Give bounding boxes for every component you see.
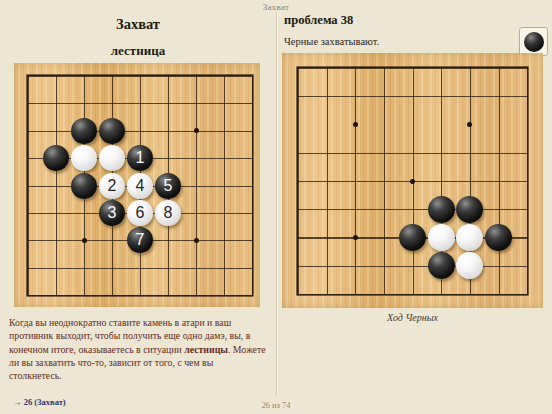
problem-instruction: Черные захватывают. [284, 36, 379, 47]
goban-left[interactable]: 12453687 [14, 63, 260, 307]
book-screen: Захват Захват лестница 12453687 Когда вы… [0, 0, 552, 414]
stone-number: 5 [164, 177, 173, 195]
white-stone [428, 224, 455, 251]
hoshi-point [353, 235, 358, 240]
black-stone: 7 [127, 227, 153, 253]
white-stone: 4 [127, 173, 153, 199]
hoshi-point [467, 122, 472, 127]
white-stone: 8 [155, 200, 181, 226]
turn-indicator [519, 27, 548, 56]
move-caption: Ход Черных [282, 312, 543, 323]
hoshi-point [194, 238, 199, 243]
goban-right[interactable] [282, 53, 543, 308]
black-stone [71, 173, 97, 199]
black-stone-icon [524, 32, 544, 52]
chapter-header: Захват [0, 2, 552, 12]
hoshi-point [194, 128, 199, 133]
problem-title: проблема 38 [284, 13, 353, 28]
black-stone: 3 [99, 200, 125, 226]
black-stone: 5 [155, 173, 181, 199]
black-stone [485, 224, 512, 251]
black-stone [456, 196, 483, 223]
stone-number: 3 [108, 204, 117, 222]
black-stone: 1 [127, 145, 153, 171]
hoshi-point [410, 179, 415, 184]
bold-term: лестницы [184, 344, 228, 355]
stone-number: 6 [136, 204, 145, 222]
stone-number: 4 [136, 177, 145, 195]
white-stone [99, 145, 125, 171]
page-divider [276, 12, 277, 396]
black-stone [99, 118, 125, 144]
stone-number: 2 [108, 177, 117, 195]
stone-number: 1 [136, 149, 145, 167]
white-stone: 2 [99, 173, 125, 199]
hoshi-point [82, 238, 87, 243]
black-stone [428, 252, 455, 279]
stone-number: 7 [136, 231, 145, 249]
white-stone [456, 224, 483, 251]
black-stone [43, 145, 69, 171]
black-stone [428, 196, 455, 223]
white-stone [71, 145, 97, 171]
goban-grid [298, 68, 527, 294]
chapter-title: Захват [0, 16, 276, 33]
goban-grid: 12453687 [28, 76, 252, 295]
page-indicator: 26 из 74 [0, 400, 552, 410]
lesson-paragraph: Когда вы неоднократно ставите камень в а… [9, 316, 268, 383]
hoshi-point [353, 122, 358, 127]
white-stone [456, 252, 483, 279]
white-stone: 6 [127, 200, 153, 226]
black-stone [399, 224, 426, 251]
section-title: лестница [0, 43, 276, 59]
black-stone [71, 118, 97, 144]
stone-number: 8 [164, 204, 173, 222]
